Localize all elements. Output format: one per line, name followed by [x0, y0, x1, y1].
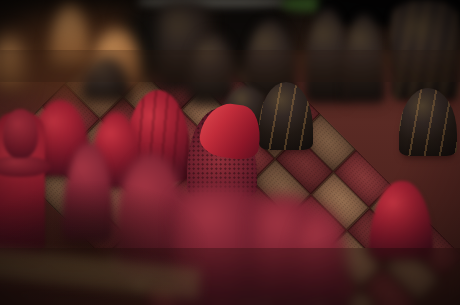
chess-set-photo [0, 0, 460, 305]
red-king-flanged [0, 112, 45, 257]
background-gray-band [138, 0, 288, 7]
black-rook-right [391, 0, 459, 100]
